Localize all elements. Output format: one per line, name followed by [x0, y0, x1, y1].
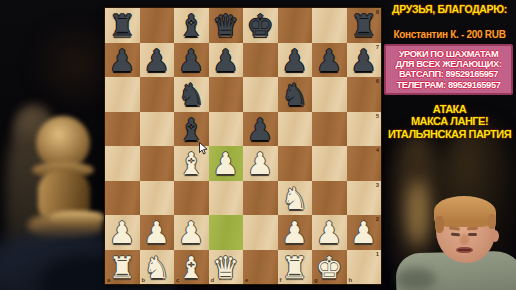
lessons-line-1: УРОКИ ПО ШАХМАТАМ: [387, 49, 510, 59]
streamer-head: [436, 201, 495, 263]
streamer-brow-left: [449, 226, 460, 230]
square-d1[interactable]: ♛d: [209, 250, 244, 285]
file-label-g: g: [314, 277, 318, 283]
background-pawn-dark: [6, 118, 58, 268]
square-c5[interactable]: ♝: [174, 112, 209, 147]
square-a7[interactable]: ♟: [105, 43, 140, 78]
square-g7[interactable]: ♟: [312, 43, 347, 78]
lessons-line-3: ВАТСАПП: 89529165957: [387, 69, 510, 79]
donation-line: Константин К. - 200 RUB: [383, 29, 516, 40]
mouse-cursor-icon: [199, 142, 208, 155]
square-g3[interactable]: [312, 181, 347, 216]
streamer-eye-left: [451, 233, 460, 236]
square-h4[interactable]: 4: [347, 146, 382, 181]
white-pawn: ♟: [140, 215, 175, 250]
rank-label-6: 6: [376, 78, 379, 84]
streamer-eye-right: [468, 233, 477, 236]
square-g4[interactable]: [312, 146, 347, 181]
white-pawn: ♟: [278, 215, 313, 250]
square-a2[interactable]: ♟: [105, 215, 140, 250]
square-b8[interactable]: [140, 8, 175, 43]
overlay-text-panel: ДРУЗЬЯ, БЛАГОДАРЮ: Константин К. - 200 R…: [383, 0, 516, 140]
episode-title-line-3: ИТАЛЬЯНСКАЯ ПАРТИЯ: [383, 128, 516, 140]
streamer-neck: [450, 242, 481, 260]
square-b3[interactable]: [140, 181, 175, 216]
square-h5[interactable]: 5: [347, 112, 382, 147]
square-a8[interactable]: ♜: [105, 8, 140, 43]
square-d7[interactable]: ♟: [209, 43, 244, 78]
square-g2[interactable]: ♟: [312, 215, 347, 250]
square-g8[interactable]: [312, 8, 347, 43]
square-c2[interactable]: ♟: [174, 215, 209, 250]
black-rook: ♜: [105, 8, 140, 43]
square-f3[interactable]: ♞: [278, 181, 313, 216]
white-rook: ♜: [278, 250, 313, 285]
square-e1[interactable]: e: [243, 250, 278, 285]
square-e6[interactable]: [243, 77, 278, 112]
rank-label-3: 3: [376, 182, 379, 188]
black-pawn: ♟: [209, 43, 244, 78]
black-pawn: ♟: [174, 43, 209, 78]
lessons-ad-box: УРОКИ ПО ШАХМАТАМ ДЛЯ ВСЕХ ЖЕЛАЮЩИХ: ВАТ…: [384, 44, 513, 95]
white-pawn: ♟: [174, 215, 209, 250]
square-a3[interactable]: [105, 181, 140, 216]
black-bishop: ♝: [174, 112, 209, 147]
black-knight: ♞: [174, 77, 209, 112]
streamer-ear: [491, 230, 499, 242]
episode-title-line-1: АТАКА: [383, 103, 516, 115]
square-b1[interactable]: ♞b: [140, 250, 175, 285]
square-b4[interactable]: [140, 146, 175, 181]
square-h7[interactable]: ♟7: [347, 43, 382, 78]
file-label-b: b: [142, 277, 146, 283]
background-glow-core: [406, 180, 430, 246]
white-pawn: ♟: [243, 146, 278, 181]
square-h8[interactable]: ♜8: [347, 8, 382, 43]
episode-title-line-2: МАКСА ЛАНГЕ!: [383, 115, 516, 127]
streamer-nose: [460, 234, 469, 245]
square-c1[interactable]: ♝c: [174, 250, 209, 285]
square-b2[interactable]: ♟: [140, 215, 175, 250]
background-pawn-dark-head: [14, 104, 54, 150]
streamer-hair: [434, 196, 496, 227]
background-pawn-bronze-base: [28, 214, 104, 240]
lessons-line-2: ДЛЯ ВСЕХ ЖЕЛАЮЩИХ:: [387, 59, 510, 69]
square-d6[interactable]: [209, 77, 244, 112]
file-label-d: d: [211, 277, 215, 283]
square-h1[interactable]: 1h: [347, 250, 382, 285]
background-pawn-bronze-body: [38, 170, 90, 222]
square-a5[interactable]: [105, 112, 140, 147]
square-g1[interactable]: ♚g: [312, 250, 347, 285]
background-pawn-bronze-collar: [32, 162, 94, 178]
rank-label-5: 5: [376, 113, 379, 119]
background-gold-band: [50, 211, 106, 225]
square-f5[interactable]: [278, 112, 313, 147]
white-pawn: ♟: [312, 215, 347, 250]
thanks-title: ДРУЗЬЯ, БЛАГОДАРЮ:: [383, 3, 516, 15]
black-pawn: ♟: [278, 43, 313, 78]
square-b7[interactable]: ♟: [140, 43, 175, 78]
file-label-c: c: [176, 277, 179, 283]
file-label-h: h: [349, 277, 353, 283]
square-c6[interactable]: ♞: [174, 77, 209, 112]
square-e7[interactable]: [243, 43, 278, 78]
streamer-torso: [395, 250, 516, 290]
rank-label-1: 1: [376, 251, 379, 257]
square-f6[interactable]: ♞: [278, 77, 313, 112]
streamer-brow-right: [467, 227, 478, 231]
square-a4[interactable]: [105, 146, 140, 181]
square-d8[interactable]: ♛: [209, 8, 244, 43]
streamer-shoulder-shadow: [396, 268, 436, 290]
streamer-sideburn-right: [488, 214, 496, 229]
square-d3[interactable]: [209, 181, 244, 216]
square-h6[interactable]: 6: [347, 77, 382, 112]
lessons-line-4: ТЕЛЕГРАМ: 89529165957: [387, 80, 510, 90]
black-knight: ♞: [278, 77, 313, 112]
square-b5[interactable]: [140, 112, 175, 147]
white-pawn: ♟: [209, 146, 244, 181]
square-e3[interactable]: [243, 181, 278, 216]
chess-board: ♜♝♛♚♜8♟♟♟♟♟♟♟7♞♞6♝♟5♝♟♟4♞3♟♟♟♟♟♟2♜a♞b♝c♛…: [104, 7, 382, 285]
square-f7[interactable]: ♟: [278, 43, 313, 78]
stream-frame: ♜♝♛♚♜8♟♟♟♟♟♟♟7♞♞6♝♟5♝♟♟4♞3♟♟♟♟♟♟2♜a♞b♝c♛…: [0, 0, 516, 290]
rank-label-4: 4: [376, 147, 379, 153]
square-c8[interactable]: ♝: [174, 8, 209, 43]
square-e5[interactable]: ♟: [243, 112, 278, 147]
square-d2[interactable]: [209, 215, 244, 250]
background-pawn-silhouette: [438, 122, 516, 267]
file-label-e: e: [245, 277, 248, 283]
square-f8[interactable]: [278, 8, 313, 43]
black-pawn: ♟: [105, 43, 140, 78]
square-a1[interactable]: ♜a: [105, 250, 140, 285]
streamer-mouth: [456, 247, 473, 253]
square-h2[interactable]: ♟2: [347, 215, 382, 250]
white-pawn: ♟: [105, 215, 140, 250]
square-g5[interactable]: [312, 112, 347, 147]
square-c7[interactable]: ♟: [174, 43, 209, 78]
file-label-a: a: [107, 277, 110, 283]
white-knight: ♞: [278, 181, 313, 216]
square-b6[interactable]: [140, 77, 175, 112]
square-g6[interactable]: [312, 77, 347, 112]
square-f2[interactable]: ♟: [278, 215, 313, 250]
square-e8[interactable]: ♚: [243, 8, 278, 43]
black-pawn: ♟: [140, 43, 175, 78]
square-c3[interactable]: [174, 181, 209, 216]
file-label-f: f: [280, 277, 282, 283]
square-f1[interactable]: ♜f: [278, 250, 313, 285]
rank-label-8: 8: [376, 9, 379, 15]
square-h3[interactable]: 3: [347, 181, 382, 216]
square-d5[interactable]: [209, 112, 244, 147]
square-e4[interactable]: ♟: [243, 146, 278, 181]
black-king: ♚: [243, 8, 278, 43]
square-d4[interactable]: ♟: [209, 146, 244, 181]
rank-label-7: 7: [376, 44, 379, 50]
black-queen: ♛: [209, 8, 244, 43]
streamer-lip-line: [458, 249, 471, 251]
black-pawn: ♟: [312, 43, 347, 78]
black-pawn: ♟: [243, 112, 278, 147]
background-pawn-bronze-head: [36, 116, 90, 170]
episode-title: АТАКА МАКСА ЛАНГЕ! ИТАЛЬЯНСКАЯ ПАРТИЯ: [383, 103, 516, 140]
square-a6[interactable]: [105, 77, 140, 112]
background-glow-column: [394, 135, 440, 285]
rank-label-2: 2: [376, 216, 379, 222]
square-e2[interactable]: [243, 215, 278, 250]
square-f4[interactable]: [278, 146, 313, 181]
black-bishop: ♝: [174, 8, 209, 43]
streamer-sideburn-left: [435, 216, 444, 233]
